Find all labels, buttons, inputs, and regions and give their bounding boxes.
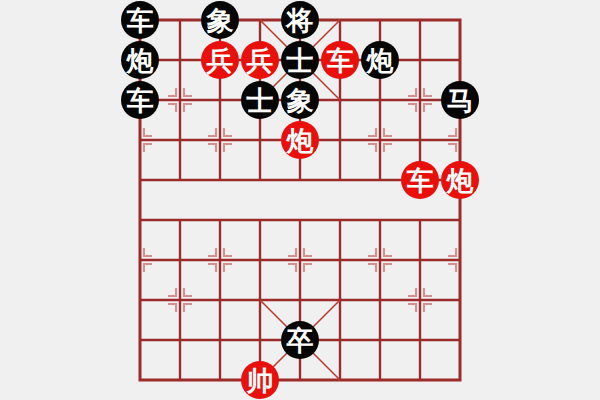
piece-black-horse[interactable]: 马 xyxy=(441,81,479,119)
xiangqi-diagram: 车象将炮兵兵士车炮车士象马炮车炮卒帅 xyxy=(0,0,600,400)
piece-red-chariot[interactable]: 车 xyxy=(401,161,439,199)
piece-red-chariot[interactable]: 车 xyxy=(321,41,359,79)
piece-black-advisor[interactable]: 士 xyxy=(281,41,319,79)
piece-red-general[interactable]: 帅 xyxy=(241,361,279,399)
piece-black-soldier[interactable]: 卒 xyxy=(281,321,319,359)
piece-black-chariot[interactable]: 车 xyxy=(121,1,159,39)
xiangqi-board[interactable]: 车象将炮兵兵士车炮车士象马炮车炮卒帅 xyxy=(120,0,480,400)
piece-black-advisor[interactable]: 士 xyxy=(241,81,279,119)
piece-red-soldier[interactable]: 兵 xyxy=(201,41,239,79)
piece-red-cannon[interactable]: 炮 xyxy=(281,121,319,159)
piece-black-general[interactable]: 将 xyxy=(281,1,319,39)
piece-black-cannon[interactable]: 炮 xyxy=(121,41,159,79)
piece-black-elephant[interactable]: 象 xyxy=(201,1,239,39)
piece-black-cannon[interactable]: 炮 xyxy=(361,41,399,79)
piece-black-elephant[interactable]: 象 xyxy=(281,81,319,119)
piece-red-cannon[interactable]: 炮 xyxy=(441,161,479,199)
piece-red-soldier[interactable]: 兵 xyxy=(241,41,279,79)
piece-black-chariot[interactable]: 车 xyxy=(121,81,159,119)
